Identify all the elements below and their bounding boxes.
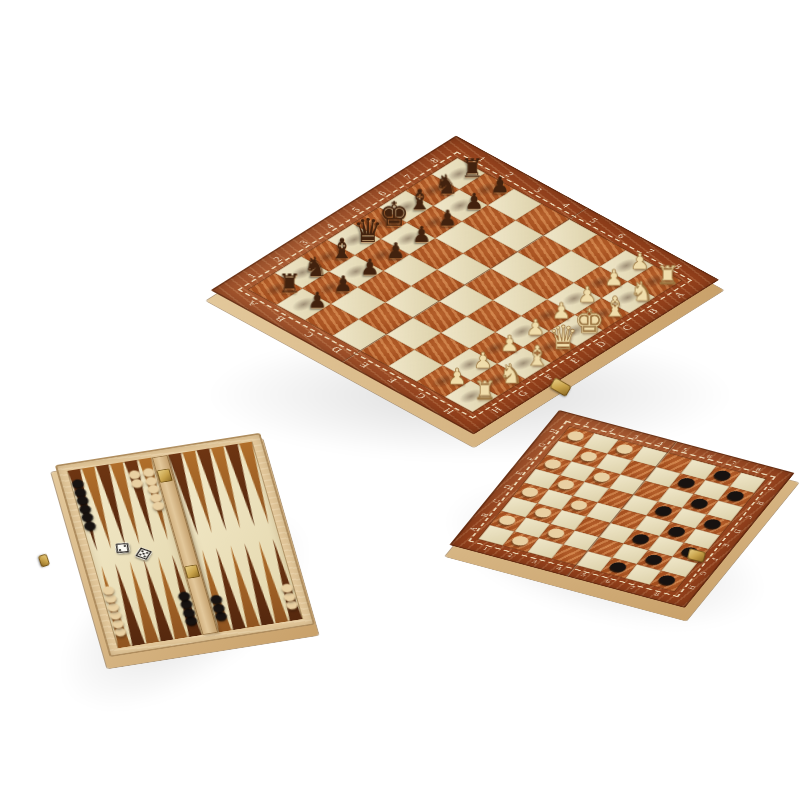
backgammon-checker-light: ●	[112, 625, 128, 638]
checker-light: ●	[544, 525, 569, 540]
backgammon-checker-light: ●	[100, 583, 116, 596]
backgammon-checker-light: ●	[129, 476, 145, 489]
checker-dark: ●	[655, 571, 680, 586]
checker-dark: ●	[688, 495, 713, 510]
checker-light: ●	[590, 469, 615, 484]
coord-label: F	[515, 452, 545, 466]
backgammon-checker-light: ●	[105, 599, 121, 612]
checker-dark: ●	[711, 467, 736, 482]
coord-label: C	[481, 494, 511, 508]
brass-hinge-icon	[157, 468, 173, 482]
checker-dark: ●	[652, 502, 677, 517]
backgammon-point	[108, 562, 146, 646]
checker-light: ●	[554, 476, 579, 491]
backgammon-checker-light: ●	[102, 591, 118, 604]
chess-piece-dark-pawn: ♟	[298, 290, 336, 312]
backgammon-board: ●●●●●●●●●●●●●●●●●●●●●●●⚁⚄●●●●●●	[55, 433, 315, 657]
backgammon-checker-black: ●	[81, 518, 97, 531]
chess-piece-light-rook: ♜	[466, 378, 504, 404]
checker-dark: ●	[629, 530, 654, 545]
checker-dark: ●	[724, 487, 749, 502]
checker-dark: ●	[642, 551, 667, 566]
backgammon-point	[137, 558, 175, 642]
checker-light: ●	[613, 441, 638, 456]
backgammon-checker-light: ●	[150, 499, 166, 512]
checker-light: ●	[531, 504, 556, 519]
coord-label: G	[687, 566, 717, 580]
backgammon-checker-black: ●	[210, 600, 226, 613]
backgammon-checker-light: ●	[107, 608, 123, 621]
checker-light: ●	[541, 456, 566, 471]
checker-light: ●	[577, 448, 602, 463]
backgammon-checker-light: ●	[281, 589, 297, 602]
backgammon-point	[252, 540, 290, 624]
checker-dark: ●	[701, 515, 726, 530]
die-showing-5: ⚄	[134, 547, 153, 561]
product-photo-3in1-game-set: 1234567812345678HGFEDCBAABCDEFGH♜♞♝♛♚♝♞♜…	[0, 0, 800, 800]
checker-dark: ●	[675, 474, 700, 489]
backgammon-latch-icon	[38, 553, 50, 567]
backgammon-checker-light: ●	[110, 616, 126, 629]
backgammon-checker-black: ●	[208, 592, 224, 605]
backgammon-checker-black: ●	[213, 609, 229, 622]
checker-light: ●	[508, 532, 533, 547]
coord-label: H	[538, 424, 568, 438]
coord-label: E	[504, 466, 534, 480]
checker-dark: ●	[606, 558, 631, 573]
